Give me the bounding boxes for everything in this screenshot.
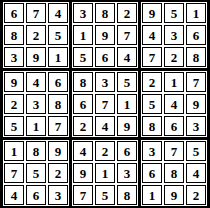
cell-r4c6[interactable]: 5 bbox=[117, 72, 137, 92]
cell-r2c6[interactable]: 7 bbox=[117, 25, 137, 45]
cell-r1c1[interactable]: 6 bbox=[4, 3, 24, 23]
cell-r9c3[interactable]: 3 bbox=[48, 185, 68, 205]
cell-r6c9[interactable]: 3 bbox=[186, 116, 206, 136]
cell-r5c8[interactable]: 4 bbox=[164, 94, 184, 114]
cell-r5c9[interactable]: 9 bbox=[186, 94, 206, 114]
cell-r3c1[interactable]: 3 bbox=[4, 47, 24, 67]
cell-r5c6[interactable]: 1 bbox=[117, 94, 137, 114]
cell-r9c2[interactable]: 6 bbox=[26, 185, 46, 205]
cell-r2c8[interactable]: 3 bbox=[164, 25, 184, 45]
cell-r5c4[interactable]: 6 bbox=[73, 94, 93, 114]
box-1: 674825391 bbox=[3, 2, 69, 68]
box-7: 189752463 bbox=[3, 140, 69, 206]
cell-r1c7[interactable]: 9 bbox=[142, 3, 162, 23]
cell-r6c2[interactable]: 1 bbox=[26, 116, 46, 136]
cell-r3c5[interactable]: 6 bbox=[95, 47, 115, 67]
cell-r3c2[interactable]: 9 bbox=[26, 47, 46, 67]
cell-r7c1[interactable]: 1 bbox=[4, 141, 24, 161]
cell-r6c3[interactable]: 7 bbox=[48, 116, 68, 136]
cell-r7c8[interactable]: 7 bbox=[164, 141, 184, 161]
cell-r3c8[interactable]: 2 bbox=[164, 47, 184, 67]
cell-r2c9[interactable]: 6 bbox=[186, 25, 206, 45]
cell-r7c2[interactable]: 8 bbox=[26, 141, 46, 161]
cell-r5c3[interactable]: 8 bbox=[48, 94, 68, 114]
cell-r2c7[interactable]: 4 bbox=[142, 25, 162, 45]
cell-r4c8[interactable]: 1 bbox=[164, 72, 184, 92]
sudoku-board: 6748253913821975649514367289462385178356… bbox=[0, 0, 210, 208]
cell-r2c4[interactable]: 1 bbox=[73, 25, 93, 45]
cell-r7c7[interactable]: 3 bbox=[142, 141, 162, 161]
cell-r7c6[interactable]: 6 bbox=[117, 141, 137, 161]
cell-r4c5[interactable]: 3 bbox=[95, 72, 115, 92]
cell-r8c6[interactable]: 3 bbox=[117, 163, 137, 183]
cell-r1c6[interactable]: 2 bbox=[117, 3, 137, 23]
cell-r4c1[interactable]: 9 bbox=[4, 72, 24, 92]
cell-r9c5[interactable]: 5 bbox=[95, 185, 115, 205]
cell-r6c4[interactable]: 2 bbox=[73, 116, 93, 136]
cell-r9c1[interactable]: 4 bbox=[4, 185, 24, 205]
cell-r6c6[interactable]: 9 bbox=[117, 116, 137, 136]
cell-r5c5[interactable]: 7 bbox=[95, 94, 115, 114]
cell-r4c7[interactable]: 2 bbox=[142, 72, 162, 92]
cell-r7c5[interactable]: 2 bbox=[95, 141, 115, 161]
cell-r8c5[interactable]: 1 bbox=[95, 163, 115, 183]
cell-r9c4[interactable]: 7 bbox=[73, 185, 93, 205]
cell-r1c8[interactable]: 5 bbox=[164, 3, 184, 23]
cell-r4c2[interactable]: 4 bbox=[26, 72, 46, 92]
cell-r2c3[interactable]: 5 bbox=[48, 25, 68, 45]
cell-r8c4[interactable]: 9 bbox=[73, 163, 93, 183]
cell-r4c9[interactable]: 7 bbox=[186, 72, 206, 92]
cell-r4c3[interactable]: 6 bbox=[48, 72, 68, 92]
box-9: 375684192 bbox=[141, 140, 207, 206]
cell-r1c9[interactable]: 1 bbox=[186, 3, 206, 23]
cell-r5c1[interactable]: 2 bbox=[4, 94, 24, 114]
box-6: 217549863 bbox=[141, 71, 207, 137]
cell-r3c6[interactable]: 4 bbox=[117, 47, 137, 67]
cell-r4c4[interactable]: 8 bbox=[73, 72, 93, 92]
cell-r2c1[interactable]: 8 bbox=[4, 25, 24, 45]
cell-r3c4[interactable]: 5 bbox=[73, 47, 93, 67]
cell-r3c7[interactable]: 7 bbox=[142, 47, 162, 67]
cell-r8c1[interactable]: 7 bbox=[4, 163, 24, 183]
cell-r8c3[interactable]: 2 bbox=[48, 163, 68, 183]
box-3: 951436728 bbox=[141, 2, 207, 68]
cell-r9c7[interactable]: 1 bbox=[142, 185, 162, 205]
cell-r1c3[interactable]: 4 bbox=[48, 3, 68, 23]
cell-r8c9[interactable]: 4 bbox=[186, 163, 206, 183]
cell-r6c5[interactable]: 4 bbox=[95, 116, 115, 136]
cell-r8c8[interactable]: 8 bbox=[164, 163, 184, 183]
cell-r9c6[interactable]: 8 bbox=[117, 185, 137, 205]
cell-r6c7[interactable]: 8 bbox=[142, 116, 162, 136]
cell-r6c1[interactable]: 5 bbox=[4, 116, 24, 136]
cell-r8c7[interactable]: 6 bbox=[142, 163, 162, 183]
cell-r2c5[interactable]: 9 bbox=[95, 25, 115, 45]
cell-r9c9[interactable]: 2 bbox=[186, 185, 206, 205]
box-8: 426913758 bbox=[72, 140, 138, 206]
cell-r7c3[interactable]: 9 bbox=[48, 141, 68, 161]
box-4: 946238517 bbox=[3, 71, 69, 137]
cell-r8c2[interactable]: 5 bbox=[26, 163, 46, 183]
cell-r1c4[interactable]: 3 bbox=[73, 3, 93, 23]
cell-r1c2[interactable]: 7 bbox=[26, 3, 46, 23]
cell-r9c8[interactable]: 9 bbox=[164, 185, 184, 205]
cell-r3c9[interactable]: 8 bbox=[186, 47, 206, 67]
cell-r7c9[interactable]: 5 bbox=[186, 141, 206, 161]
cell-r1c5[interactable]: 8 bbox=[95, 3, 115, 23]
box-2: 382197564 bbox=[72, 2, 138, 68]
cell-r3c3[interactable]: 1 bbox=[48, 47, 68, 67]
cell-r5c2[interactable]: 3 bbox=[26, 94, 46, 114]
cell-r7c4[interactable]: 4 bbox=[73, 141, 93, 161]
cell-r5c7[interactable]: 5 bbox=[142, 94, 162, 114]
cell-r6c8[interactable]: 6 bbox=[164, 116, 184, 136]
cell-r2c2[interactable]: 2 bbox=[26, 25, 46, 45]
box-5: 835671249 bbox=[72, 71, 138, 137]
